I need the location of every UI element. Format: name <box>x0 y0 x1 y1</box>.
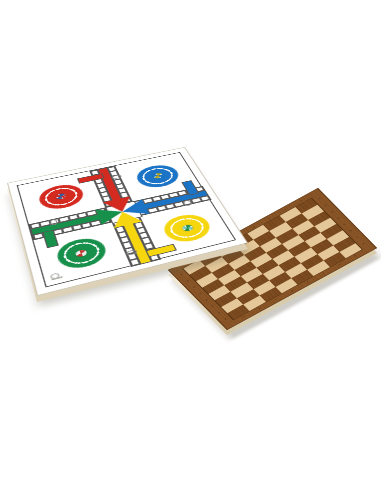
pinwheel-icon <box>181 224 194 232</box>
home-circle-blue <box>133 162 184 190</box>
home-circle-yellow <box>160 211 217 246</box>
parcheesi-elements <box>8 148 246 295</box>
track-cell <box>199 195 210 201</box>
pinwheel-icon <box>152 173 163 179</box>
product-photo-scene: abcdefgh abcdefgh 12345678 12345678 <box>0 0 381 492</box>
home-circle-green <box>53 235 110 273</box>
parcheesi-board <box>0 0 381 492</box>
home-circle-red <box>36 181 87 212</box>
brand-logo <box>50 271 67 281</box>
pinwheel-icon <box>75 249 88 257</box>
pinwheel-icon <box>55 193 66 200</box>
